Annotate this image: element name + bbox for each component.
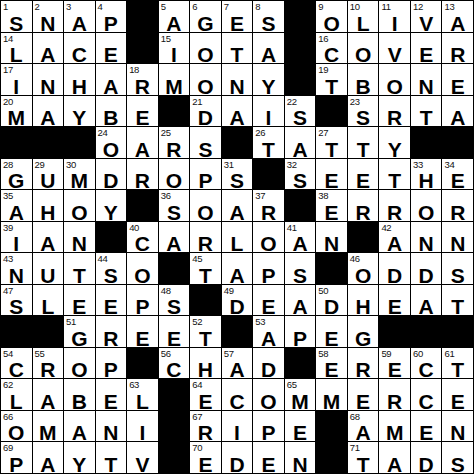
cell-r9c12[interactable]: 46O <box>348 253 379 284</box>
cell-r1c1[interactable]: 1S <box>1 1 32 32</box>
cell-r3c1[interactable]: 17I <box>1 64 32 95</box>
black-cell-r5c15 <box>442 127 473 158</box>
cell-r4c15[interactable]: A <box>442 96 473 127</box>
cell-r1c8[interactable]: 7E <box>222 1 253 32</box>
cell-r10c6[interactable]: 48S <box>159 285 190 316</box>
cell-r3c3[interactable]: H <box>64 64 95 95</box>
cell-r2c8[interactable]: T <box>222 33 253 64</box>
cell-r8c9[interactable]: O <box>253 222 284 253</box>
cell-letter: C <box>9 359 24 380</box>
cell-letter: A <box>166 13 181 34</box>
cell-r1c11[interactable]: 9O <box>316 1 347 32</box>
cell-r9c14[interactable]: D <box>411 253 442 284</box>
cell-r8c7[interactable]: R <box>190 222 221 253</box>
clue-number: 15 <box>161 33 171 44</box>
cell-r6c8[interactable]: 31S <box>222 159 253 190</box>
cell-r7c12[interactable]: R <box>348 190 379 221</box>
cell-r2c15[interactable]: R <box>442 33 473 64</box>
cell-letter: M <box>386 422 404 443</box>
cell-letter: A <box>9 202 24 223</box>
cell-r14c4[interactable]: N <box>96 411 127 442</box>
cell-r5c12[interactable]: T <box>348 127 379 158</box>
clue-number: 70 <box>192 442 202 453</box>
cell-r2c14[interactable]: E <box>411 33 442 64</box>
cell-letter: R <box>135 76 150 97</box>
cell-r8c3[interactable]: N <box>64 222 95 253</box>
cell-r14c5[interactable]: I <box>127 411 158 442</box>
cell-r1c3[interactable]: 3A <box>64 1 95 32</box>
cell-letter: I <box>266 107 272 128</box>
cell-letter: C <box>229 391 244 412</box>
cell-letter: R <box>198 422 213 443</box>
cell-letter: O <box>71 202 87 223</box>
cell-r6c12[interactable]: E <box>348 159 379 190</box>
clue-number: 57 <box>224 348 234 359</box>
cell-letter: D <box>229 296 244 317</box>
cell-r7c2[interactable]: H <box>33 190 64 221</box>
cell-letter: P <box>135 296 149 317</box>
cell-r13c14[interactable]: C <box>411 379 442 410</box>
cell-letter: S <box>167 202 181 223</box>
cell-r1c13[interactable]: 11I <box>379 1 410 32</box>
cell-r9c9[interactable]: P <box>253 253 284 284</box>
cell-r6c13[interactable]: T <box>379 159 410 190</box>
black-cell-r11c13 <box>379 316 410 347</box>
cell-r6c3[interactable]: 30M <box>64 159 95 190</box>
cell-r9c3[interactable]: T <box>64 253 95 284</box>
clue-number: 4 <box>98 1 103 12</box>
cell-r9c7[interactable]: 45T <box>190 253 221 284</box>
cell-r10c13[interactable]: E <box>379 285 410 316</box>
cell-letter: E <box>356 391 370 412</box>
cell-r1c2[interactable]: 2N <box>33 1 64 32</box>
cell-letter: E <box>230 13 244 34</box>
cell-r3c15[interactable]: E <box>442 64 473 95</box>
clue-number: 23 <box>350 96 360 107</box>
cell-r14c12[interactable]: 68A <box>348 411 379 442</box>
black-cell-r3c10 <box>285 64 316 95</box>
cell-letter: A <box>229 107 244 128</box>
cell-r8c2[interactable]: A <box>33 222 64 253</box>
cell-r12c15[interactable]: 61T <box>442 348 473 379</box>
cell-letter: I <box>392 13 398 34</box>
cell-r13c1[interactable]: 62L <box>1 379 32 410</box>
cell-r4c3[interactable]: Y <box>64 96 95 127</box>
cell-r13c11[interactable]: M <box>316 379 347 410</box>
cell-r2c1[interactable]: 14L <box>1 33 32 64</box>
cell-r13c15[interactable]: E <box>442 379 473 410</box>
cell-r4c13[interactable]: R <box>379 96 410 127</box>
cell-r12c2[interactable]: 55R <box>33 348 64 379</box>
cell-letter: N <box>40 76 55 97</box>
cell-r3c6[interactable]: M <box>159 64 190 95</box>
cell-r2c13[interactable]: V <box>379 33 410 64</box>
cell-r13c10[interactable]: 65M <box>285 379 316 410</box>
cell-letter: A <box>292 296 307 317</box>
clue-number: 41 <box>287 222 297 233</box>
cell-r3c12[interactable]: B <box>348 64 379 95</box>
cell-letter: R <box>166 139 181 160</box>
cell-r9c4[interactable]: 44S <box>96 253 127 284</box>
cell-letter: P <box>262 422 276 443</box>
cell-r9c2[interactable]: U <box>33 253 64 284</box>
cell-r14c14[interactable]: E <box>411 411 442 442</box>
cell-letter: E <box>325 328 339 349</box>
cell-letter: R <box>261 202 276 223</box>
cell-r8c13[interactable]: 42A <box>379 222 410 253</box>
cell-r11c4[interactable]: R <box>96 316 127 347</box>
cell-r12c7[interactable]: H <box>190 348 221 379</box>
cell-r10c2[interactable]: L <box>33 285 64 316</box>
cell-r3c11[interactable]: 19T <box>316 64 347 95</box>
cell-r11c5[interactable]: E <box>127 316 158 347</box>
clue-number: 32 <box>287 159 297 170</box>
cell-r3c7[interactable]: O <box>190 64 221 95</box>
cell-r8c8[interactable]: L <box>222 222 253 253</box>
cell-r14c8[interactable]: I <box>222 411 253 442</box>
cell-letter: A <box>40 44 55 65</box>
cell-r10c11[interactable]: 50D <box>316 285 347 316</box>
cell-r12c3[interactable]: O <box>64 348 95 379</box>
cell-r11c7[interactable]: 52T <box>190 316 221 347</box>
cell-r10c10[interactable]: A <box>285 285 316 316</box>
cell-letter: O <box>103 139 119 160</box>
cell-r4c1[interactable]: 20M <box>1 96 32 127</box>
cell-r13c13[interactable]: R <box>379 379 410 410</box>
cell-r6c2[interactable]: 29U <box>33 159 64 190</box>
cell-r2c4[interactable]: E <box>96 33 127 64</box>
cell-letter: O <box>260 233 276 254</box>
cell-r12c14[interactable]: 60C <box>411 348 442 379</box>
clue-number: 61 <box>444 348 454 359</box>
cell-r7c13[interactable]: R <box>379 190 410 221</box>
cell-r4c5[interactable]: E <box>127 96 158 127</box>
cell-r7c14[interactable]: O <box>411 190 442 221</box>
cell-r15c2[interactable]: A <box>33 442 64 473</box>
cell-r15c1[interactable]: 69P <box>1 442 32 473</box>
cell-r12c4[interactable]: P <box>96 348 127 379</box>
cell-letter: A <box>103 76 118 97</box>
cell-r5c9[interactable]: 26T <box>253 127 284 158</box>
cell-letter: A <box>356 422 371 443</box>
cell-r11c9[interactable]: 53A <box>253 316 284 347</box>
cell-r6c10[interactable]: 32S <box>285 159 316 190</box>
cell-r14c7[interactable]: 67R <box>190 411 221 442</box>
cell-letter: A <box>450 13 465 34</box>
cell-r9c15[interactable]: S <box>442 253 473 284</box>
cell-r11c6[interactable]: E <box>159 316 190 347</box>
cell-letter: L <box>41 296 54 317</box>
cell-r10c4[interactable]: E <box>96 285 127 316</box>
cell-r14c2[interactable]: M <box>33 411 64 442</box>
cell-r6c11[interactable]: E <box>316 159 347 190</box>
cell-letter: T <box>357 454 370 474</box>
cell-r13c9[interactable]: O <box>253 379 284 410</box>
cell-letter: H <box>72 76 87 97</box>
clue-number: 31 <box>224 159 234 170</box>
cell-letter: I <box>139 422 145 443</box>
cell-r14c9[interactable]: P <box>253 411 284 442</box>
cell-letter: A <box>450 107 465 128</box>
cell-r15c13[interactable]: A <box>379 442 410 473</box>
cell-r1c7[interactable]: 6G <box>190 1 221 32</box>
cell-r15c4[interactable]: T <box>96 442 127 473</box>
cell-r2c2[interactable]: A <box>33 33 64 64</box>
cell-r9c1[interactable]: 43N <box>1 253 32 284</box>
cell-letter: C <box>419 359 434 380</box>
cell-letter: N <box>324 233 339 254</box>
cell-r4c8[interactable]: A <box>222 96 253 127</box>
cell-r4c14[interactable]: T <box>411 96 442 127</box>
cell-r7c11[interactable]: 38E <box>316 190 347 221</box>
cell-r15c15[interactable]: S <box>442 442 473 473</box>
cell-letter: E <box>293 422 307 443</box>
cell-r7c6[interactable]: 36S <box>159 190 190 221</box>
clue-number: 68 <box>350 411 360 422</box>
cell-r1c14[interactable]: 12V <box>411 1 442 32</box>
cell-r2c12[interactable]: O <box>348 33 379 64</box>
cell-r10c3[interactable]: E <box>64 285 95 316</box>
cell-r15c12[interactable]: 71T <box>348 442 379 473</box>
cell-r6c4[interactable]: D <box>96 159 127 190</box>
cell-r12c12[interactable]: R <box>348 348 379 379</box>
cell-r7c9[interactable]: 37R <box>253 190 284 221</box>
cell-r4c12[interactable]: 23S <box>348 96 379 127</box>
cell-r10c15[interactable]: T <box>442 285 473 316</box>
cell-r8c15[interactable]: N <box>442 222 473 253</box>
clue-number: 8 <box>255 1 260 12</box>
cell-r6c14[interactable]: 33H <box>411 159 442 190</box>
cell-letter: O <box>166 170 182 191</box>
cell-letter: A <box>40 454 55 474</box>
clue-number: 40 <box>129 222 139 233</box>
black-cell-r9c11 <box>316 253 347 284</box>
cell-r9c5[interactable]: O <box>127 253 158 284</box>
black-cell-r11c2 <box>33 316 64 347</box>
cell-r2c7[interactable]: O <box>190 33 221 64</box>
cell-r4c7[interactable]: 21D <box>190 96 221 127</box>
cell-r3c5[interactable]: 18R <box>127 64 158 95</box>
cell-letter: R <box>450 44 465 65</box>
cell-letter: G <box>8 170 24 191</box>
cell-letter: A <box>40 233 55 254</box>
cell-r7c15[interactable]: R <box>442 190 473 221</box>
cell-letter: I <box>13 233 19 254</box>
cell-letter: M <box>39 422 57 443</box>
cell-r5c11[interactable]: 27T <box>316 127 347 158</box>
cell-r15c5[interactable]: V <box>127 442 158 473</box>
cell-letter: P <box>293 328 307 349</box>
cell-r6c7[interactable]: P <box>190 159 221 190</box>
cell-r8c11[interactable]: N <box>316 222 347 253</box>
cell-letter: A <box>292 233 307 254</box>
cell-r15c10[interactable]: N <box>285 442 316 473</box>
cell-r6c5[interactable]: R <box>127 159 158 190</box>
cell-letter: N <box>229 76 244 97</box>
cell-letter: S <box>293 265 307 286</box>
black-cell-r14c11 <box>316 411 347 442</box>
cell-r12c6[interactable]: 56C <box>159 348 190 379</box>
cell-r13c8[interactable]: C <box>222 379 253 410</box>
cell-r6c1[interactable]: 28G <box>1 159 32 190</box>
cell-letter: H <box>419 170 434 191</box>
cell-r4c2[interactable]: A <box>33 96 64 127</box>
cell-r8c10[interactable]: 41A <box>285 222 316 253</box>
cell-r10c8[interactable]: 49D <box>222 285 253 316</box>
cell-r10c12[interactable]: H <box>348 285 379 316</box>
cell-letter: E <box>388 296 402 317</box>
black-cell-r5c8 <box>222 127 253 158</box>
cell-letter: T <box>262 139 275 160</box>
cell-r8c6[interactable]: A <box>159 222 190 253</box>
clue-number: 37 <box>255 190 265 201</box>
black-cell-r2c10 <box>285 33 316 64</box>
cell-r5c5[interactable]: A <box>127 127 158 158</box>
cell-r8c5[interactable]: 40C <box>127 222 158 253</box>
cell-letter: O <box>197 44 213 65</box>
cell-r15c8[interactable]: D <box>222 442 253 473</box>
cell-r14c15[interactable]: N <box>442 411 473 442</box>
cell-letter: L <box>10 391 23 412</box>
cell-r8c1[interactable]: 39I <box>1 222 32 253</box>
cell-letter: P <box>104 13 118 34</box>
cell-r15c3[interactable]: Y <box>64 442 95 473</box>
cell-letter: P <box>9 454 23 474</box>
cell-letter: R <box>387 202 402 223</box>
clue-number: 60 <box>413 348 423 359</box>
cell-r13c3[interactable]: B <box>64 379 95 410</box>
black-cell-r11c15 <box>442 316 473 347</box>
cell-letter: R <box>450 202 465 223</box>
clue-number: 71 <box>350 442 360 453</box>
cell-r15c14[interactable]: D <box>411 442 442 473</box>
clue-number: 11 <box>381 1 390 12</box>
cell-letter: T <box>357 139 370 160</box>
cell-r10c1[interactable]: 47S <box>1 285 32 316</box>
cell-letter: N <box>419 233 434 254</box>
clue-number: 14 <box>3 33 13 44</box>
cell-r12c9[interactable]: D <box>253 348 284 379</box>
cell-r9c8[interactable]: A <box>222 253 253 284</box>
cell-r12c11[interactable]: 58E <box>316 348 347 379</box>
cell-r5c6[interactable]: 25R <box>159 127 190 158</box>
black-cell-r7c5 <box>127 190 158 221</box>
cell-r14c1[interactable]: 66O <box>1 411 32 442</box>
cell-r4c10[interactable]: 22S <box>285 96 316 127</box>
black-cell-r15c6 <box>159 442 190 473</box>
cell-r2c9[interactable]: A <box>253 33 284 64</box>
cell-letter: I <box>13 76 19 97</box>
cell-letter: E <box>135 107 149 128</box>
cell-r7c3[interactable]: O <box>64 190 95 221</box>
cell-r2c3[interactable]: C <box>64 33 95 64</box>
cell-r3c8[interactable]: N <box>222 64 253 95</box>
cell-r5c10[interactable]: A <box>285 127 316 158</box>
clue-number: 62 <box>3 379 13 390</box>
cell-r9c13[interactable]: D <box>379 253 410 284</box>
cell-r10c5[interactable]: P <box>127 285 158 316</box>
cell-r1c15[interactable]: 13A <box>442 1 473 32</box>
cell-r13c4[interactable]: E <box>96 379 127 410</box>
cell-letter: D <box>261 359 276 380</box>
cell-letter: T <box>451 296 464 317</box>
black-cell-r5c14 <box>411 127 442 158</box>
cell-r8c14[interactable]: N <box>411 222 442 253</box>
black-cell-r9c6 <box>159 253 190 284</box>
cell-r11c10[interactable]: P <box>285 316 316 347</box>
clue-number: 49 <box>224 285 234 296</box>
cell-r7c8[interactable]: A <box>222 190 253 221</box>
cell-letter: C <box>135 233 150 254</box>
cell-r2c6[interactable]: 15I <box>159 33 190 64</box>
cell-r13c12[interactable]: E <box>348 379 379 410</box>
cell-r3c2[interactable]: N <box>33 64 64 95</box>
cell-r13c7[interactable]: 64E <box>190 379 221 410</box>
cell-r12c1[interactable]: 54C <box>1 348 32 379</box>
cell-r1c6[interactable]: 5A <box>159 1 190 32</box>
clue-number: 54 <box>3 348 13 359</box>
cell-r5c4[interactable]: 24O <box>96 127 127 158</box>
cell-r1c4[interactable]: 4P <box>96 1 127 32</box>
cell-letter: V <box>135 454 149 474</box>
clue-number: 36 <box>161 190 171 201</box>
cell-r5c13[interactable]: Y <box>379 127 410 158</box>
cell-letter: B <box>356 76 371 97</box>
cell-letter: O <box>8 422 24 443</box>
cell-r14c13[interactable]: M <box>379 411 410 442</box>
cell-r10c14[interactable]: A <box>411 285 442 316</box>
cell-r5c7[interactable]: S <box>190 127 221 158</box>
cell-r10c9[interactable]: E <box>253 285 284 316</box>
cell-letter: B <box>72 391 87 412</box>
cell-r4c9[interactable]: I <box>253 96 284 127</box>
cell-r15c7[interactable]: 70E <box>190 442 221 473</box>
cell-r4c4[interactable]: B <box>96 96 127 127</box>
cell-r11c11[interactable]: E <box>316 316 347 347</box>
cell-r14c3[interactable]: A <box>64 411 95 442</box>
cell-r2c11[interactable]: 16C <box>316 33 347 64</box>
cell-r3c14[interactable]: N <box>411 64 442 95</box>
cell-r12c13[interactable]: 59E <box>379 348 410 379</box>
cell-r1c12[interactable]: 10L <box>348 1 379 32</box>
cell-letter: D <box>387 265 402 286</box>
cell-r7c1[interactable]: 35A <box>1 190 32 221</box>
cell-letter: M <box>291 391 309 412</box>
cell-r7c4[interactable]: Y <box>96 190 127 221</box>
cell-r11c12[interactable]: G <box>348 316 379 347</box>
cell-r1c9[interactable]: 8S <box>253 1 284 32</box>
cell-r14c10[interactable]: E <box>285 411 316 442</box>
cell-r6c15[interactable]: 34E <box>442 159 473 190</box>
clue-number: 56 <box>161 348 171 359</box>
cell-r12c8[interactable]: 57A <box>222 348 253 379</box>
cell-letter: S <box>451 265 465 286</box>
cell-letter: T <box>199 328 212 349</box>
cell-r3c13[interactable]: O <box>379 64 410 95</box>
cell-r7c7[interactable]: O <box>190 190 221 221</box>
cell-r3c9[interactable]: Y <box>253 64 284 95</box>
cell-r15c9[interactable]: E <box>253 442 284 473</box>
cell-r3c4[interactable]: A <box>96 64 127 95</box>
crossword-grid: 1S2N3A4P5A6G7E8S9O10L11I12V13A14LACE15IO… <box>0 0 474 474</box>
cell-r11c3[interactable]: 51G <box>64 316 95 347</box>
cell-letter: T <box>388 170 401 191</box>
cell-r9c10[interactable]: S <box>285 253 316 284</box>
clue-number: 30 <box>66 159 76 170</box>
cell-r13c5[interactable]: 63L <box>127 379 158 410</box>
cell-r6c6[interactable]: O <box>159 159 190 190</box>
cell-r13c2[interactable]: A <box>33 379 64 410</box>
